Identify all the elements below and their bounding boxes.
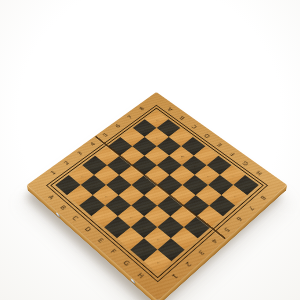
label-file-a: A <box>47 194 55 200</box>
chess-piece-icon: ♟ <box>176 146 186 157</box>
label-rank-2: 2 <box>184 260 192 267</box>
square-h6 <box>209 195 235 216</box>
label-rank-7: 7 <box>127 115 134 120</box>
chess-piece-icon: ♜ <box>151 109 162 121</box>
label-file-f: F <box>230 150 237 155</box>
chess-piece-icon: ♟ <box>151 128 161 139</box>
chess-piece-icon: ♟ <box>228 185 238 197</box>
label-file-g: G <box>242 160 250 166</box>
label-rank-5: 5 <box>102 132 109 137</box>
chess-piece-icon: ♟ <box>163 137 173 148</box>
label-file-f: F <box>109 248 117 255</box>
label-rank-2: 2 <box>63 160 70 166</box>
chess-piece-icon: ♟ <box>151 228 162 240</box>
label-file-h: H <box>256 169 264 175</box>
board: ♜♞♝♛♚♝♞♜♟♟♟♟♟♟♟♟♟♟♟♟♟♟♟♟♜♞♝♛♚♝♞♜ ABCDEFG… <box>27 92 287 300</box>
chess-piece-icon: ♜ <box>151 249 164 263</box>
chess-piece-icon: ♟ <box>202 165 212 176</box>
chess-piece-icon: ♟ <box>189 155 199 166</box>
label-rank-6: 6 <box>115 123 122 128</box>
label-rank-3: 3 <box>197 249 205 256</box>
label-rank-4: 4 <box>90 141 97 146</box>
chess-piece-icon: ♞ <box>225 162 238 177</box>
chess-piece-icon: ♝ <box>211 150 226 167</box>
label-file-e: E <box>217 141 224 146</box>
chess-piece-icon: ♟ <box>76 165 86 176</box>
label-rank-8: 8 <box>259 194 267 200</box>
chess-piece-icon: ♟ <box>138 217 149 229</box>
label-rank-6: 6 <box>235 215 243 221</box>
product-photo-stage: ♜♞♝♛♚♝♞♜♟♟♟♟♟♟♟♟♟♟♟♟♟♟♟♟♜♞♝♛♚♝♞♜ ABCDEFG… <box>0 0 300 300</box>
chess-piece-icon: ♟ <box>215 175 225 187</box>
label-file-b: B <box>59 205 67 211</box>
chess-piece-icon: ♟ <box>139 119 149 130</box>
label-rank-1: 1 <box>50 170 57 176</box>
label-rank-5: 5 <box>223 226 231 233</box>
label-file-a: A <box>167 106 174 111</box>
chess-piece-icon: ♜ <box>240 173 252 186</box>
label-rank-4: 4 <box>210 237 218 244</box>
chess-piece-icon: ♟ <box>165 239 176 251</box>
label-rank-1: 1 <box>171 272 179 279</box>
label-file-e: E <box>97 237 105 244</box>
chess-piece-icon: ♜ <box>61 173 73 186</box>
label-file-h: H <box>136 272 145 280</box>
label-rank-8: 8 <box>139 106 146 111</box>
label-file-d: D <box>83 226 92 233</box>
label-rank-7: 7 <box>247 205 255 211</box>
chess-piece-icon: ♟ <box>88 175 98 187</box>
scene: ♜♞♝♛♚♝♞♜♟♟♟♟♟♟♟♟♟♟♟♟♟♟♟♟♜♞♝♛♚♝♞♜ ABCDEFG… <box>0 0 300 300</box>
label-file-c: C <box>71 215 79 222</box>
chess-piece-icon: ♞ <box>136 235 150 251</box>
label-rank-3: 3 <box>77 151 84 157</box>
label-file-g: G <box>122 260 131 268</box>
label-file-b: B <box>179 114 186 119</box>
